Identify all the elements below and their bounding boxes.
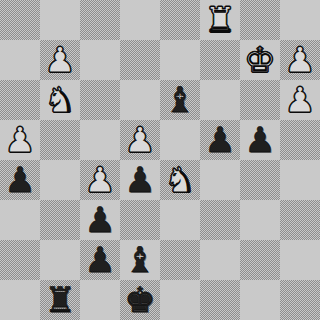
square-g7[interactable]: ♚ [240,40,280,80]
square-c1[interactable] [80,280,120,320]
chess-board: ♜♟♚♟♞♝♟♟♟♟♟♟♟♟♞♟♟♝♜♚ [0,0,320,320]
square-d3[interactable] [120,200,160,240]
white-knight[interactable]: ♞ [164,160,195,200]
white-pawn[interactable]: ♟ [284,40,315,80]
square-g4[interactable] [240,160,280,200]
square-d5[interactable]: ♟ [120,120,160,160]
black-pawn[interactable]: ♟ [84,240,115,280]
square-d7[interactable] [120,40,160,80]
square-b7[interactable]: ♟ [40,40,80,80]
square-c6[interactable] [80,80,120,120]
square-b6[interactable]: ♞ [40,80,80,120]
square-a7[interactable] [0,40,40,80]
square-a6[interactable] [0,80,40,120]
square-h3[interactable] [280,200,320,240]
square-h1[interactable] [280,280,320,320]
square-b5[interactable] [40,120,80,160]
square-c3[interactable]: ♟ [80,200,120,240]
square-a4[interactable]: ♟ [0,160,40,200]
square-e8[interactable] [160,0,200,40]
square-h4[interactable] [280,160,320,200]
square-d8[interactable] [120,0,160,40]
square-h5[interactable] [280,120,320,160]
square-g6[interactable] [240,80,280,120]
square-e2[interactable] [160,240,200,280]
black-king[interactable]: ♚ [124,280,155,320]
square-e5[interactable] [160,120,200,160]
black-pawn[interactable]: ♟ [124,160,155,200]
square-e4[interactable]: ♞ [160,160,200,200]
square-f2[interactable] [200,240,240,280]
square-c5[interactable] [80,120,120,160]
square-f3[interactable] [200,200,240,240]
square-h2[interactable] [280,240,320,280]
square-d6[interactable] [120,80,160,120]
black-pawn[interactable]: ♟ [84,200,115,240]
square-g2[interactable] [240,240,280,280]
square-f1[interactable] [200,280,240,320]
white-pawn[interactable]: ♟ [44,40,75,80]
square-e7[interactable] [160,40,200,80]
white-pawn[interactable]: ♟ [84,160,115,200]
square-a5[interactable]: ♟ [0,120,40,160]
square-c4[interactable]: ♟ [80,160,120,200]
black-pawn[interactable]: ♟ [244,120,275,160]
square-b8[interactable] [40,0,80,40]
square-d2[interactable]: ♝ [120,240,160,280]
square-g5[interactable]: ♟ [240,120,280,160]
square-g1[interactable] [240,280,280,320]
square-c8[interactable] [80,0,120,40]
square-c7[interactable] [80,40,120,80]
square-c2[interactable]: ♟ [80,240,120,280]
square-h6[interactable]: ♟ [280,80,320,120]
square-b1[interactable]: ♜ [40,280,80,320]
black-rook[interactable]: ♜ [44,280,75,320]
white-pawn[interactable]: ♟ [124,120,155,160]
white-rook[interactable]: ♜ [204,0,235,40]
square-g3[interactable] [240,200,280,240]
square-f5[interactable]: ♟ [200,120,240,160]
square-a2[interactable] [0,240,40,280]
square-a1[interactable] [0,280,40,320]
square-b2[interactable] [40,240,80,280]
square-f6[interactable] [200,80,240,120]
black-bishop[interactable]: ♝ [164,80,195,120]
square-d4[interactable]: ♟ [120,160,160,200]
white-knight[interactable]: ♞ [44,80,75,120]
white-pawn[interactable]: ♟ [284,80,315,120]
square-d1[interactable]: ♚ [120,280,160,320]
square-f7[interactable] [200,40,240,80]
white-king[interactable]: ♚ [244,40,275,80]
square-g8[interactable] [240,0,280,40]
square-e1[interactable] [160,280,200,320]
black-pawn[interactable]: ♟ [4,160,35,200]
square-e3[interactable] [160,200,200,240]
square-h8[interactable] [280,0,320,40]
square-b4[interactable] [40,160,80,200]
square-f8[interactable]: ♜ [200,0,240,40]
square-f4[interactable] [200,160,240,200]
black-pawn[interactable]: ♟ [204,120,235,160]
white-pawn[interactable]: ♟ [4,120,35,160]
square-a8[interactable] [0,0,40,40]
black-bishop[interactable]: ♝ [124,240,155,280]
square-b3[interactable] [40,200,80,240]
square-h7[interactable]: ♟ [280,40,320,80]
square-e6[interactable]: ♝ [160,80,200,120]
square-a3[interactable] [0,200,40,240]
